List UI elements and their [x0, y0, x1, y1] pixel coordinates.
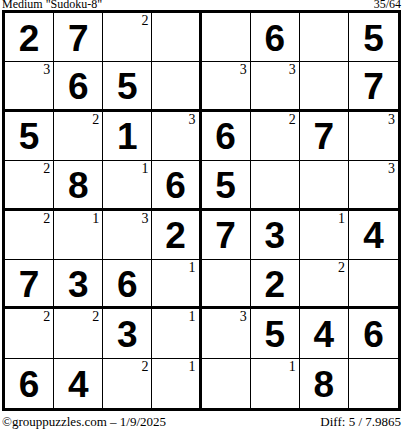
copyright-date-text: ©grouppuzzles.com – 1/9/2025 [2, 414, 166, 429]
cell-r1c5[interactable] [202, 13, 251, 62]
cell-r4c6[interactable] [251, 161, 300, 210]
cell-r5c1[interactable]: 2 [5, 211, 54, 260]
given-digit: 6 [165, 167, 186, 204]
cell-r2c7[interactable] [300, 62, 349, 111]
cell-r3c8[interactable]: 3 [349, 112, 398, 161]
given-digit: 6 [264, 20, 285, 57]
cell-r3c1[interactable]: 5 [5, 112, 54, 161]
given-digit: 6 [363, 316, 384, 353]
pencil-mark: 3 [189, 113, 196, 127]
cell-r2c8[interactable]: 7 [349, 62, 398, 111]
cell-r7c4[interactable]: 1 [152, 309, 201, 358]
puzzle-title: Medium "Sudoku-8" [2, 0, 102, 10]
page-header: Medium "Sudoku-8" 35/64 [2, 0, 401, 10]
pencil-mark: 1 [338, 212, 345, 226]
cell-r5c4[interactable]: 2 [152, 211, 201, 260]
cell-r1c7[interactable] [300, 13, 349, 62]
sudoku-board: 2726536533752136273281653213273147361222… [2, 10, 401, 411]
cell-r3c2[interactable]: 2 [54, 112, 103, 161]
pencil-mark: 2 [43, 162, 50, 176]
given-digit: 2 [165, 217, 186, 254]
given-digit: 7 [215, 217, 236, 254]
pencil-mark: 2 [141, 360, 148, 374]
pencil-mark: 1 [289, 360, 296, 374]
cell-r3c5[interactable]: 6 [202, 112, 251, 161]
cell-r8c4[interactable]: 1 [152, 359, 201, 408]
given-digit: 3 [117, 316, 138, 353]
given-digit: 8 [314, 366, 335, 403]
cell-r8c8[interactable] [349, 359, 398, 408]
cell-r6c1[interactable]: 7 [5, 260, 54, 309]
cell-r3c7[interactable]: 7 [300, 112, 349, 161]
given-digit: 3 [68, 266, 89, 303]
page-counter: 35/64 [374, 0, 401, 10]
pencil-mark: 1 [189, 360, 196, 374]
cell-r6c8[interactable] [349, 260, 398, 309]
cell-r5c2[interactable]: 1 [54, 211, 103, 260]
pencil-mark: 1 [189, 310, 196, 324]
given-digit: 7 [68, 20, 89, 57]
given-digit: 4 [363, 217, 384, 254]
cell-r4c8[interactable]: 3 [349, 161, 398, 210]
given-digit: 5 [19, 118, 40, 155]
cell-r7c8[interactable]: 6 [349, 309, 398, 358]
pencil-mark: 3 [388, 162, 395, 176]
cell-r7c6[interactable]: 5 [251, 309, 300, 358]
pencil-mark: 2 [338, 261, 345, 275]
given-digit: 5 [117, 68, 138, 105]
pencil-mark: 3 [388, 113, 395, 127]
given-digit: 5 [215, 167, 236, 204]
pencil-mark: 3 [141, 212, 148, 226]
cell-r3c3[interactable]: 1 [103, 112, 152, 161]
cell-r2c1[interactable]: 3 [5, 62, 54, 111]
cell-r6c7[interactable]: 2 [300, 260, 349, 309]
pencil-mark: 1 [92, 212, 99, 226]
pencil-mark: 2 [92, 113, 99, 127]
pencil-mark: 2 [43, 310, 50, 324]
cell-r1c1[interactable]: 2 [5, 13, 54, 62]
given-digit: 3 [264, 217, 285, 254]
pencil-mark: 2 [141, 14, 148, 28]
given-digit: 6 [19, 366, 40, 403]
cell-r5c7[interactable]: 1 [300, 211, 349, 260]
cell-r2c2[interactable]: 6 [54, 62, 103, 111]
pencil-mark: 2 [92, 310, 99, 324]
cell-r6c5[interactable] [202, 260, 251, 309]
cell-r1c6[interactable]: 6 [251, 13, 300, 62]
cell-r8c5[interactable] [202, 359, 251, 408]
cell-r8c7[interactable]: 8 [300, 359, 349, 408]
given-digit: 7 [363, 68, 384, 105]
cell-r1c3[interactable]: 2 [103, 13, 152, 62]
given-digit: 8 [68, 167, 89, 204]
cell-r5c5[interactable]: 7 [202, 211, 251, 260]
given-digit: 4 [314, 316, 335, 353]
pencil-mark: 3 [289, 63, 296, 77]
cell-r3c4[interactable]: 3 [152, 112, 201, 161]
given-digit: 7 [19, 266, 40, 303]
cell-r7c1[interactable]: 2 [5, 309, 54, 358]
given-digit: 6 [68, 68, 89, 105]
cell-r4c1[interactable]: 2 [5, 161, 54, 210]
pencil-mark: 1 [141, 162, 148, 176]
cell-r7c7[interactable]: 4 [300, 309, 349, 358]
cell-r4c7[interactable] [300, 161, 349, 210]
cell-r7c2[interactable]: 2 [54, 309, 103, 358]
page-footer: ©grouppuzzles.com – 1/9/2025 Diff: 5 / 7… [2, 414, 401, 429]
difficulty-text: Diff: 5 / 7.9865 [320, 414, 401, 429]
given-digit: 6 [117, 266, 138, 303]
given-digit: 1 [117, 118, 138, 155]
cell-r5c6[interactable]: 3 [251, 211, 300, 260]
cell-r2c4[interactable] [152, 62, 201, 111]
cell-r2c6[interactable]: 3 [251, 62, 300, 111]
pencil-mark: 3 [240, 63, 247, 77]
pencil-mark: 3 [43, 63, 50, 77]
cell-r2c3[interactable]: 5 [103, 62, 152, 111]
cell-r8c3[interactable]: 2 [103, 359, 152, 408]
given-digit: 4 [68, 366, 89, 403]
cell-r8c6[interactable]: 1 [251, 359, 300, 408]
given-digit: 7 [314, 118, 335, 155]
cell-r3c6[interactable]: 2 [251, 112, 300, 161]
cell-r8c1[interactable]: 6 [5, 359, 54, 408]
given-digit: 5 [363, 20, 384, 57]
cell-r6c2[interactable]: 3 [54, 260, 103, 309]
cell-r6c3[interactable]: 6 [103, 260, 152, 309]
cell-r4c4[interactable]: 6 [152, 161, 201, 210]
pencil-mark: 1 [189, 261, 196, 275]
cell-r5c3[interactable]: 3 [103, 211, 152, 260]
pencil-mark: 2 [43, 212, 50, 226]
cell-r1c4[interactable] [152, 13, 201, 62]
pencil-mark: 2 [289, 113, 296, 127]
cell-r4c2[interactable]: 8 [54, 161, 103, 210]
cell-r6c4[interactable]: 1 [152, 260, 201, 309]
cell-r7c3[interactable]: 3 [103, 309, 152, 358]
cell-r6c6[interactable]: 2 [251, 260, 300, 309]
cell-r4c3[interactable]: 1 [103, 161, 152, 210]
pencil-mark: 3 [240, 310, 247, 324]
cell-r7c5[interactable]: 3 [202, 309, 251, 358]
cell-r4c5[interactable]: 5 [202, 161, 251, 210]
given-digit: 5 [264, 316, 285, 353]
cell-r1c8[interactable]: 5 [349, 13, 398, 62]
given-digit: 2 [264, 266, 285, 303]
given-digit: 2 [19, 20, 40, 57]
given-digit: 6 [215, 118, 236, 155]
cell-r8c2[interactable]: 4 [54, 359, 103, 408]
cell-r2c5[interactable]: 3 [202, 62, 251, 111]
cell-r1c2[interactable]: 7 [54, 13, 103, 62]
cell-r5c8[interactable]: 4 [349, 211, 398, 260]
